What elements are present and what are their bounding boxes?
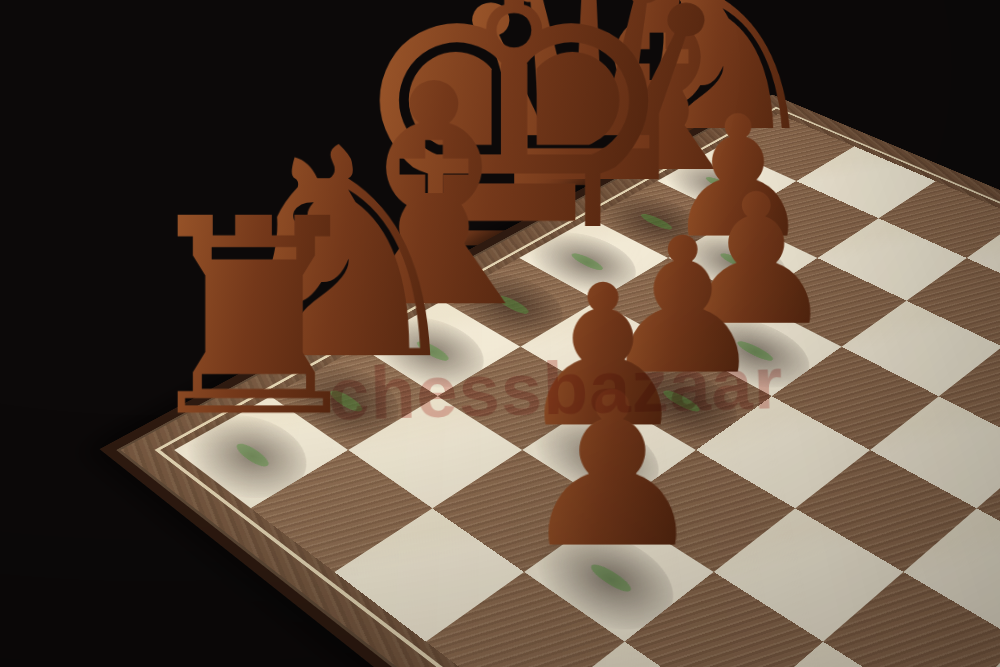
felt-base [717, 251, 757, 272]
square-c5[interactable] [939, 347, 1000, 450]
scene: ♞♝♟♛♟♚♟♝♟♞♟♜ [0, 0, 1000, 667]
square-g4[interactable]: ♟ [524, 508, 714, 641]
piece-queen-d1[interactable]: ♛ [434, 0, 743, 261]
piece-knight-b1[interactable]: ♞ [614, 0, 830, 184]
board-grid: ♞♝♟♛♟♚♟♝♟♞♟♜ [174, 114, 1000, 667]
square-a3[interactable] [879, 181, 1000, 258]
square-b3[interactable] [817, 218, 966, 300]
photo-stage: ♞♝♟♛♟♚♟♝♟♞♟♜ chessbazaar [0, 0, 1000, 667]
piece-pawn-c2[interactable]: ♟ [662, 94, 812, 262]
square-a4[interactable] [967, 218, 1000, 300]
chess-board: ♞♝♟♛♟♚♟♝♟♞♟♜ [120, 95, 1000, 667]
square-b1[interactable]: ♞ [657, 146, 796, 218]
square-b4[interactable] [906, 258, 1000, 347]
piece-bishop-c1[interactable]: ♝ [534, 0, 780, 221]
felt-base [734, 339, 777, 363]
square-f1[interactable]: ♝ [360, 301, 521, 397]
piece-pawn-g4[interactable]: ♟ [516, 364, 707, 577]
square-d4[interactable] [772, 347, 939, 450]
piece-rook-h1[interactable]: ♜ [132, 184, 375, 455]
square-a2[interactable] [796, 146, 935, 218]
square-b2[interactable] [734, 181, 878, 258]
square-c3[interactable] [752, 258, 907, 347]
square-c4[interactable] [842, 301, 1000, 397]
piece-shadow [641, 148, 787, 222]
felt-base [413, 339, 453, 363]
square-h1[interactable]: ♜ [174, 396, 348, 508]
felt-base [638, 212, 676, 231]
piece-pawn-d3[interactable]: ♟ [675, 170, 837, 351]
felt-base [703, 175, 740, 193]
board-frame: ♞♝♟♛♟♚♟♝♟♞♟♜ [120, 95, 1000, 667]
square-a1[interactable] [719, 114, 854, 181]
